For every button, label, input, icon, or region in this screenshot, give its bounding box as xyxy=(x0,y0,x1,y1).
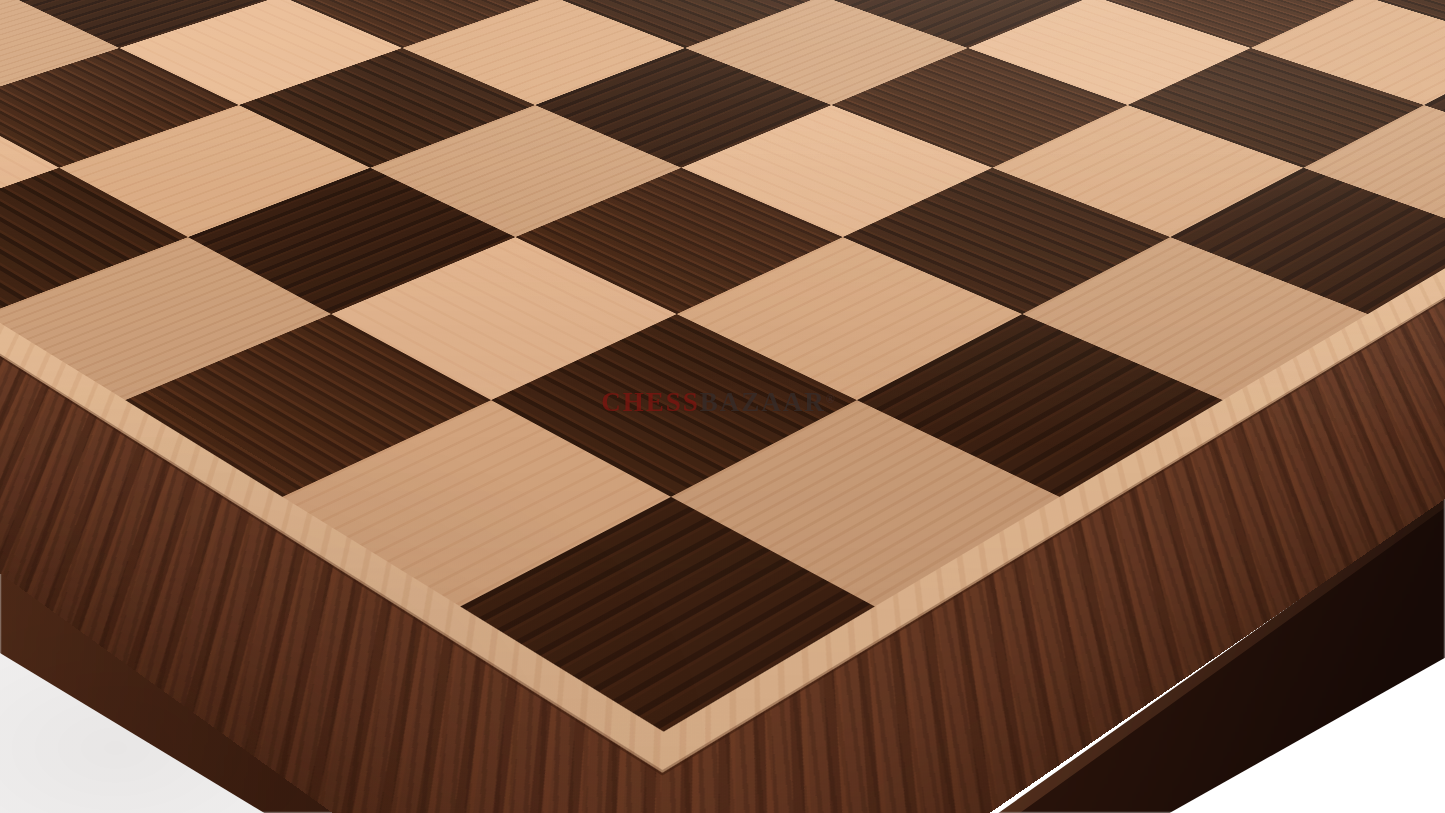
photo-stage: CHESSBAZAAR® xyxy=(0,0,1445,813)
board-field xyxy=(0,0,1445,732)
brand-watermark: CHESSBAZAAR® xyxy=(601,387,835,418)
watermark-text-chess: CHESS xyxy=(601,387,700,417)
watermark-text-bazaar: BAZAAR xyxy=(700,387,826,417)
registered-trademark-icon: ® xyxy=(826,392,835,406)
